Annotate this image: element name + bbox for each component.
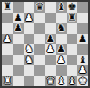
black-rook-piece: ♜ — [3, 2, 12, 12]
square-d6[interactable] — [34, 23, 45, 34]
square-h3[interactable]: ♝ — [77, 55, 88, 66]
chess-board: ♜♛♝♚♟♟♜♟♞♟♟♟♞♟♟♞♟♝♟♜♛♝♝♚ — [2, 2, 88, 86]
square-a1[interactable]: ♜ — [2, 76, 13, 87]
chess-board-frame: ♜♛♝♚♟♟♜♟♞♟♟♟♞♟♟♞♟♝♟♜♛♝♝♚ — [0, 0, 90, 88]
white-pawn-piece: ♟ — [3, 34, 12, 44]
black-queen-piece: ♛ — [35, 2, 44, 12]
square-h4[interactable] — [77, 44, 88, 55]
square-c7[interactable]: ♟ — [24, 13, 35, 24]
square-b1[interactable] — [13, 76, 24, 87]
white-rook-piece: ♜ — [3, 76, 12, 86]
square-h5[interactable]: ♟ — [77, 34, 88, 45]
square-e7[interactable] — [45, 13, 56, 24]
square-g7[interactable]: ♜ — [67, 13, 78, 24]
square-g8[interactable]: ♚ — [67, 2, 78, 13]
square-e4[interactable]: ♟ — [45, 44, 56, 55]
square-d3[interactable] — [34, 55, 45, 66]
square-d5[interactable] — [34, 34, 45, 45]
square-f8[interactable]: ♝ — [56, 2, 67, 13]
square-g2[interactable] — [67, 65, 78, 76]
square-g5[interactable] — [67, 34, 78, 45]
square-e5[interactable]: ♟ — [45, 34, 56, 45]
square-c2[interactable] — [24, 65, 35, 76]
square-c4[interactable]: ♞ — [24, 44, 35, 55]
white-king-piece: ♚ — [78, 76, 87, 86]
white-pawn-piece: ♟ — [24, 13, 33, 23]
black-rook-piece: ♜ — [67, 13, 76, 23]
square-b2[interactable] — [13, 65, 24, 76]
square-f3[interactable]: ♟ — [56, 55, 67, 66]
square-d8[interactable]: ♛ — [34, 2, 45, 13]
square-c3[interactable]: ♞ — [24, 55, 35, 66]
square-a8[interactable]: ♜ — [2, 2, 13, 13]
black-king-piece: ♚ — [67, 2, 76, 12]
square-f1[interactable]: ♝ — [56, 76, 67, 87]
square-h1[interactable]: ♚ — [77, 76, 88, 87]
black-pawn-piece: ♟ — [57, 44, 66, 54]
square-b6[interactable]: ♟ — [13, 23, 24, 34]
square-b3[interactable] — [13, 55, 24, 66]
square-a3[interactable] — [2, 55, 13, 66]
square-f7[interactable] — [56, 13, 67, 24]
square-c5[interactable] — [24, 34, 35, 45]
black-bishop-piece: ♝ — [57, 2, 66, 12]
black-pawn-piece: ♟ — [14, 13, 23, 23]
black-pawn-piece: ♟ — [46, 34, 55, 44]
black-pawn-piece: ♟ — [14, 23, 23, 33]
square-a6[interactable] — [2, 23, 13, 34]
square-a7[interactable] — [2, 13, 13, 24]
square-f4[interactable]: ♟ — [56, 44, 67, 55]
square-b5[interactable] — [13, 34, 24, 45]
square-e3[interactable] — [45, 55, 56, 66]
white-knight-piece: ♞ — [24, 55, 33, 65]
white-pawn-piece: ♟ — [46, 44, 55, 54]
square-g3[interactable] — [67, 55, 78, 66]
square-h2[interactable]: ♟ — [77, 65, 88, 76]
square-g1[interactable]: ♝ — [67, 76, 78, 87]
white-pawn-piece: ♟ — [57, 55, 66, 65]
square-d2[interactable] — [34, 65, 45, 76]
square-a2[interactable] — [2, 65, 13, 76]
black-knight-piece: ♞ — [57, 23, 66, 33]
square-d4[interactable] — [34, 44, 45, 55]
square-d1[interactable] — [34, 76, 45, 87]
white-bishop-piece: ♝ — [57, 76, 66, 86]
square-d7[interactable] — [34, 13, 45, 24]
square-c6[interactable] — [24, 23, 35, 34]
square-f2[interactable] — [56, 65, 67, 76]
white-queen-piece: ♛ — [46, 76, 55, 86]
square-e8[interactable] — [45, 2, 56, 13]
square-e2[interactable] — [45, 65, 56, 76]
square-h6[interactable] — [77, 23, 88, 34]
square-a4[interactable] — [2, 44, 13, 55]
square-a5[interactable]: ♟ — [2, 34, 13, 45]
square-h7[interactable] — [77, 13, 88, 24]
white-bishop-piece: ♝ — [67, 76, 76, 86]
square-b8[interactable] — [13, 2, 24, 13]
square-b4[interactable] — [13, 44, 24, 55]
square-g6[interactable] — [67, 23, 78, 34]
square-g4[interactable] — [67, 44, 78, 55]
square-e1[interactable]: ♛ — [45, 76, 56, 87]
black-pawn-piece: ♟ — [78, 34, 87, 44]
square-e6[interactable] — [45, 23, 56, 34]
square-b7[interactable]: ♟ — [13, 13, 24, 24]
square-c1[interactable] — [24, 76, 35, 87]
square-f6[interactable]: ♞ — [56, 23, 67, 34]
white-pawn-piece: ♟ — [78, 65, 87, 75]
square-c8[interactable] — [24, 2, 35, 13]
white-knight-piece: ♞ — [24, 44, 33, 54]
square-h8[interactable] — [77, 2, 88, 13]
square-f5[interactable] — [56, 34, 67, 45]
black-bishop-piece: ♝ — [78, 55, 87, 65]
